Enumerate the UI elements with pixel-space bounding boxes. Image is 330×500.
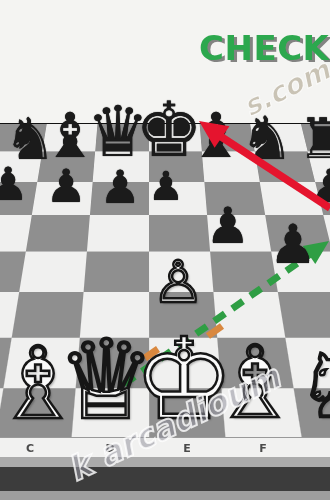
- square-e5[interactable]: [149, 215, 210, 252]
- file-label-c: C: [26, 442, 34, 455]
- board-side-band: [0, 467, 330, 491]
- page-title: CHECKMATE: [199, 28, 330, 68]
- piece-b7-black-pawn[interactable]: ♟: [0, 161, 29, 207]
- piece-c7-black-pawn[interactable]: ♟: [45, 163, 86, 209]
- piece-e8-black-king[interactable]: ♚: [135, 92, 203, 168]
- board-front-rail: CDEFG: [0, 437, 330, 458]
- chess-diagram: ♞♝♛♝♞♜♚♟♟♟♟♟♟♟♙♗♕♗♘♔ CDEFG CHECKMATE s.c…: [0, 0, 330, 500]
- square-c4[interactable]: [19, 252, 87, 293]
- square-d4[interactable]: [84, 252, 149, 293]
- piece-g8-black-knight[interactable]: ♞: [240, 108, 294, 168]
- file-label-e: E: [183, 442, 191, 455]
- file-label-d: D: [105, 442, 114, 455]
- square-c5[interactable]: [26, 215, 90, 252]
- piece-e7-black-pawn[interactable]: ♟: [148, 166, 184, 206]
- file-label-f: F: [259, 442, 267, 455]
- piece-g1-white-knight[interactable]: ♘: [296, 338, 330, 432]
- table-band: [0, 491, 330, 500]
- piece-e4-white-pawn[interactable]: ♙: [152, 253, 204, 311]
- board-edge-band: [0, 457, 330, 467]
- piece-h7-black-pawn[interactable]: ♟: [309, 163, 330, 209]
- square-f4[interactable]: [210, 252, 278, 293]
- piece-f6-black-pawn[interactable]: ♟: [206, 201, 251, 251]
- piece-e1-white-king[interactable]: ♔: [134, 323, 234, 435]
- piece-g5-black-pawn[interactable]: ♟: [269, 218, 317, 272]
- square-d5[interactable]: [87, 215, 148, 252]
- piece-d7-black-pawn[interactable]: ♟: [99, 164, 140, 210]
